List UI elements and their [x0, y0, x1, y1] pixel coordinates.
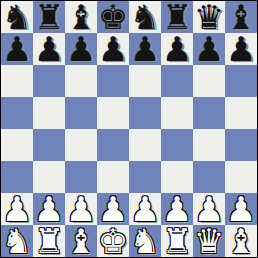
square-c5[interactable]	[65, 97, 97, 129]
square-a5[interactable]	[1, 97, 33, 129]
square-a7[interactable]: ♟	[1, 33, 33, 65]
square-e6[interactable]	[129, 65, 161, 97]
square-c6[interactable]	[65, 65, 97, 97]
square-g1[interactable]: ♛	[193, 225, 225, 257]
black-pawn[interactable]: ♟	[162, 33, 192, 65]
black-pawn[interactable]: ♟	[34, 33, 64, 65]
square-h6[interactable]	[225, 65, 257, 97]
white-king[interactable]: ♚	[98, 225, 128, 257]
black-pawn[interactable]: ♟	[66, 33, 96, 65]
square-f1[interactable]: ♜	[161, 225, 193, 257]
square-h5[interactable]	[225, 97, 257, 129]
square-a4[interactable]	[1, 129, 33, 161]
chess-board: ♞♜♝♚♞♜♛♝♟♟♟♟♟♟♟♟♟♟♟♟♟♟♟♟♞♜♝♚♞♜♛♝	[1, 1, 257, 257]
black-pawn[interactable]: ♟	[194, 33, 224, 65]
white-bishop[interactable]: ♝	[66, 225, 96, 257]
chess-board-frame: ♞♜♝♚♞♜♛♝♟♟♟♟♟♟♟♟♟♟♟♟♟♟♟♟♞♜♝♚♞♜♛♝	[0, 0, 258, 258]
square-b4[interactable]	[33, 129, 65, 161]
white-knight[interactable]: ♞	[130, 225, 160, 257]
square-d1[interactable]: ♚	[97, 225, 129, 257]
black-pawn[interactable]: ♟	[98, 33, 128, 65]
square-g5[interactable]	[193, 97, 225, 129]
square-d4[interactable]	[97, 129, 129, 161]
square-f4[interactable]	[161, 129, 193, 161]
black-pawn[interactable]: ♟	[130, 33, 160, 65]
white-bishop[interactable]: ♝	[226, 225, 256, 257]
square-f5[interactable]	[161, 97, 193, 129]
square-e4[interactable]	[129, 129, 161, 161]
square-f7[interactable]: ♟	[161, 33, 193, 65]
white-knight[interactable]: ♞	[2, 225, 32, 257]
square-c1[interactable]: ♝	[65, 225, 97, 257]
square-g7[interactable]: ♟	[193, 33, 225, 65]
square-d6[interactable]	[97, 65, 129, 97]
square-g4[interactable]	[193, 129, 225, 161]
square-h7[interactable]: ♟	[225, 33, 257, 65]
square-b6[interactable]	[33, 65, 65, 97]
square-b1[interactable]: ♜	[33, 225, 65, 257]
square-e1[interactable]: ♞	[129, 225, 161, 257]
square-d7[interactable]: ♟	[97, 33, 129, 65]
square-c7[interactable]: ♟	[65, 33, 97, 65]
square-a6[interactable]	[1, 65, 33, 97]
square-b5[interactable]	[33, 97, 65, 129]
square-f6[interactable]	[161, 65, 193, 97]
white-rook[interactable]: ♜	[162, 225, 192, 257]
square-d5[interactable]	[97, 97, 129, 129]
square-e7[interactable]: ♟	[129, 33, 161, 65]
square-b7[interactable]: ♟	[33, 33, 65, 65]
black-pawn[interactable]: ♟	[2, 33, 32, 65]
square-c4[interactable]	[65, 129, 97, 161]
square-g6[interactable]	[193, 65, 225, 97]
square-h1[interactable]: ♝	[225, 225, 257, 257]
white-queen[interactable]: ♛	[194, 225, 224, 257]
black-pawn[interactable]: ♟	[226, 33, 256, 65]
square-h4[interactable]	[225, 129, 257, 161]
white-rook[interactable]: ♜	[34, 225, 64, 257]
square-a1[interactable]: ♞	[1, 225, 33, 257]
square-e5[interactable]	[129, 97, 161, 129]
